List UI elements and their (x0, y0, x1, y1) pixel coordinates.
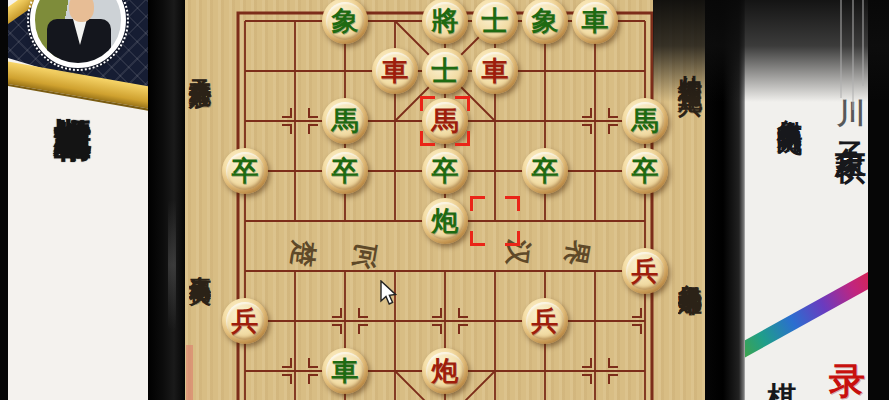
piece-black-卒[interactable]: 卒 (522, 148, 568, 194)
piece-black-車[interactable]: 車 (322, 348, 368, 394)
piece-black-馬[interactable]: 馬 (622, 98, 668, 144)
piece-black-卒[interactable]: 卒 (422, 148, 468, 194)
thread-decoration (840, 0, 842, 98)
series-title: 顺炮横车对直车精 (53, 88, 91, 96)
piece-red-兵[interactable]: 兵 (222, 298, 268, 344)
piece-red-炮[interactable]: 炮 (422, 348, 468, 394)
left-banner: 顺炮横车对直车精 (8, 0, 148, 400)
piece-black-卒[interactable]: 卒 (622, 148, 668, 194)
mouse-cursor (379, 280, 397, 306)
piece-red-車[interactable]: 車 (472, 48, 518, 94)
divider-streak (168, 200, 176, 330)
left-panel: 顺炮横车对直车精 (0, 0, 185, 400)
thread-decoration (862, 0, 864, 86)
move-target-marker (470, 196, 520, 246)
left-divider-bar (148, 0, 185, 400)
piece-black-士[interactable]: 士 (472, 0, 518, 44)
board-edge-artifact (186, 345, 193, 400)
banner-text-zi-xiangqi: 子象棋 (835, 117, 866, 135)
video-frame: 顺炮横车对直车精 (0, 0, 889, 400)
piece-black-卒[interactable]: 卒 (222, 148, 268, 194)
piece-black-炮[interactable]: 炮 (422, 198, 468, 244)
piece-black-車[interactable]: 車 (572, 0, 618, 44)
banner-corner-partial-char: 棋 (767, 378, 797, 400)
piece-black-卒[interactable]: 卒 (322, 148, 368, 194)
piece-black-將[interactable]: 將 (422, 0, 468, 44)
board-zone[interactable]: 楚 河 汉 界 弃子夺势真绝妙 赢人还得功夫 帅仕相马车炮兵 象棋易学却难 象將… (185, 0, 705, 400)
piece-red-兵[interactable]: 兵 (522, 298, 568, 344)
pieces-layer: 象將士象車車士車馬馬馬卒卒卒卒卒炮兵兵兵車炮 (185, 0, 705, 400)
piece-black-象[interactable]: 象 (322, 0, 368, 44)
rainbow-stripe (745, 266, 868, 363)
thread-decoration (852, 0, 854, 110)
selected-marker (420, 96, 470, 146)
record-badge: 录 (829, 357, 865, 400)
piece-red-車[interactable]: 車 (372, 48, 418, 94)
piece-black-馬[interactable]: 馬 (322, 98, 368, 144)
piece-black-士[interactable]: 士 (422, 48, 468, 94)
piece-black-象[interactable]: 象 (522, 0, 568, 44)
piece-red-兵[interactable]: 兵 (622, 248, 668, 294)
